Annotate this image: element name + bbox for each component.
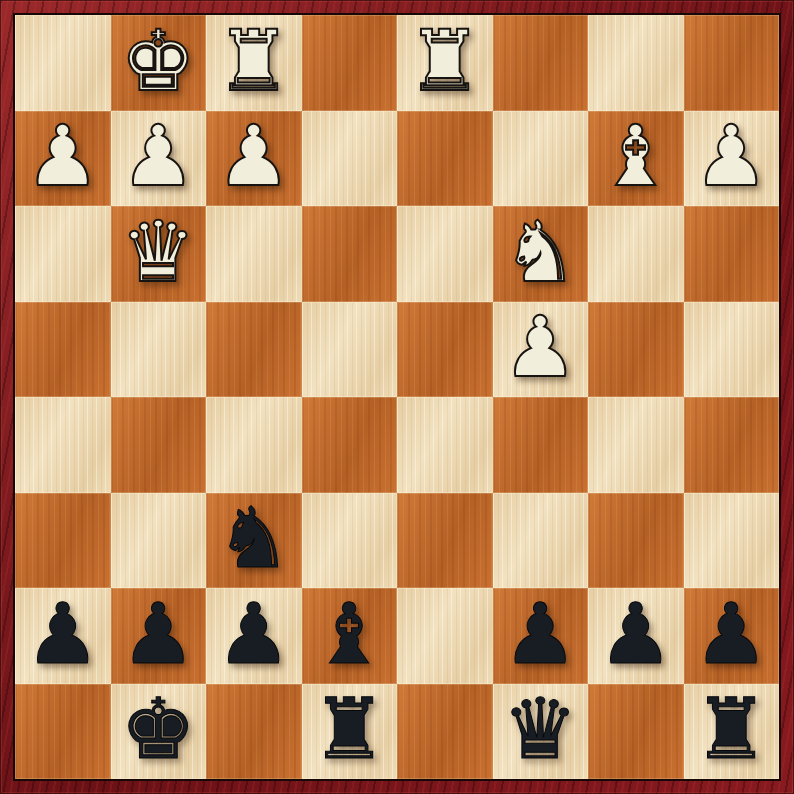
square-g1[interactable]: ♚ — [111, 15, 207, 111]
white-pawn[interactable]: ♟ — [694, 114, 769, 198]
square-b4[interactable] — [588, 302, 684, 398]
square-b5[interactable] — [588, 397, 684, 493]
square-e3[interactable] — [302, 206, 398, 302]
square-c7[interactable]: ♟ — [493, 588, 589, 684]
square-h2[interactable]: ♟ — [15, 111, 111, 207]
square-b8[interactable] — [588, 684, 684, 780]
square-a8[interactable]: ♜ — [684, 684, 780, 780]
square-a1[interactable] — [684, 15, 780, 111]
square-a3[interactable] — [684, 206, 780, 302]
square-f7[interactable]: ♟ — [206, 588, 302, 684]
square-d1[interactable]: ♜ — [397, 15, 493, 111]
black-pawn[interactable]: ♟ — [121, 592, 196, 676]
white-pawn[interactable]: ♟ — [216, 114, 291, 198]
square-g7[interactable]: ♟ — [111, 588, 207, 684]
square-g3[interactable]: ♛ — [111, 206, 207, 302]
square-g6[interactable] — [111, 493, 207, 589]
white-pawn[interactable]: ♟ — [25, 114, 100, 198]
white-king[interactable]: ♚ — [121, 19, 196, 103]
square-b3[interactable] — [588, 206, 684, 302]
square-d4[interactable] — [397, 302, 493, 398]
black-pawn[interactable]: ♟ — [25, 592, 100, 676]
square-h4[interactable] — [15, 302, 111, 398]
square-h7[interactable]: ♟ — [15, 588, 111, 684]
square-g2[interactable]: ♟ — [111, 111, 207, 207]
square-e5[interactable] — [302, 397, 398, 493]
square-h5[interactable] — [15, 397, 111, 493]
square-e2[interactable] — [302, 111, 398, 207]
black-pawn[interactable]: ♟ — [598, 592, 673, 676]
square-f8[interactable] — [206, 684, 302, 780]
square-f4[interactable] — [206, 302, 302, 398]
white-rook[interactable]: ♜ — [216, 19, 291, 103]
square-d5[interactable] — [397, 397, 493, 493]
square-c8[interactable]: ♛ — [493, 684, 589, 780]
black-rook[interactable]: ♜ — [312, 687, 387, 771]
square-e1[interactable] — [302, 15, 398, 111]
square-a6[interactable] — [684, 493, 780, 589]
square-d8[interactable] — [397, 684, 493, 780]
square-a5[interactable] — [684, 397, 780, 493]
square-h6[interactable] — [15, 493, 111, 589]
square-e6[interactable] — [302, 493, 398, 589]
black-pawn[interactable]: ♟ — [503, 592, 578, 676]
square-h8[interactable] — [15, 684, 111, 780]
square-c5[interactable] — [493, 397, 589, 493]
square-b6[interactable] — [588, 493, 684, 589]
square-e4[interactable] — [302, 302, 398, 398]
square-g4[interactable] — [111, 302, 207, 398]
square-e8[interactable]: ♜ — [302, 684, 398, 780]
black-rook[interactable]: ♜ — [694, 687, 769, 771]
black-pawn[interactable]: ♟ — [694, 592, 769, 676]
square-a2[interactable]: ♟ — [684, 111, 780, 207]
square-f1[interactable]: ♜ — [206, 15, 302, 111]
black-queen[interactable]: ♛ — [503, 687, 578, 771]
square-c1[interactable] — [493, 15, 589, 111]
square-h1[interactable] — [15, 15, 111, 111]
square-b7[interactable]: ♟ — [588, 588, 684, 684]
square-b2[interactable]: ♝ — [588, 111, 684, 207]
black-bishop[interactable]: ♝ — [312, 592, 387, 676]
square-b1[interactable] — [588, 15, 684, 111]
square-f5[interactable] — [206, 397, 302, 493]
square-d2[interactable] — [397, 111, 493, 207]
square-a4[interactable] — [684, 302, 780, 398]
square-f6[interactable]: ♞ — [206, 493, 302, 589]
black-king[interactable]: ♚ — [121, 687, 196, 771]
square-e7[interactable]: ♝ — [302, 588, 398, 684]
square-d3[interactable] — [397, 206, 493, 302]
square-c6[interactable] — [493, 493, 589, 589]
chess-board: ♚♜♜♟♟♟♝♟♛♞♟♞♟♟♟♝♟♟♟♚♜♛♜ — [13, 13, 781, 781]
black-pawn[interactable]: ♟ — [216, 592, 291, 676]
white-bishop[interactable]: ♝ — [598, 114, 673, 198]
white-knight[interactable]: ♞ — [503, 210, 578, 294]
square-f3[interactable] — [206, 206, 302, 302]
square-h3[interactable] — [15, 206, 111, 302]
white-pawn[interactable]: ♟ — [503, 305, 578, 389]
square-g8[interactable]: ♚ — [111, 684, 207, 780]
square-c4[interactable]: ♟ — [493, 302, 589, 398]
square-g5[interactable] — [111, 397, 207, 493]
square-c3[interactable]: ♞ — [493, 206, 589, 302]
square-c2[interactable] — [493, 111, 589, 207]
square-a7[interactable]: ♟ — [684, 588, 780, 684]
white-pawn[interactable]: ♟ — [121, 114, 196, 198]
white-rook[interactable]: ♜ — [407, 19, 482, 103]
square-f2[interactable]: ♟ — [206, 111, 302, 207]
square-d7[interactable] — [397, 588, 493, 684]
white-queen[interactable]: ♛ — [121, 210, 196, 294]
chess-board-frame: ♚♜♜♟♟♟♝♟♛♞♟♞♟♟♟♝♟♟♟♚♜♛♜ — [0, 0, 794, 794]
square-d6[interactable] — [397, 493, 493, 589]
black-knight[interactable]: ♞ — [216, 496, 291, 580]
